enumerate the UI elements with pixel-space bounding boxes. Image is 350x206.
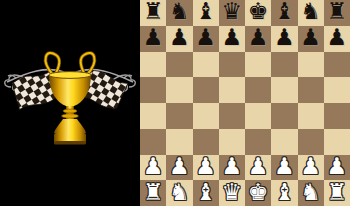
square-e1[interactable]: ♚ <box>245 180 271 206</box>
square-b5[interactable] <box>166 77 192 103</box>
black-king: ♚ <box>248 0 269 23</box>
square-d7[interactable]: ♟ <box>219 26 245 52</box>
left-panel <box>0 0 140 206</box>
square-e8[interactable]: ♚ <box>245 0 271 26</box>
square-g7[interactable]: ♟ <box>298 26 324 52</box>
square-f5[interactable] <box>271 77 297 103</box>
square-a3[interactable] <box>140 129 166 155</box>
square-h5[interactable] <box>324 77 350 103</box>
square-b7[interactable]: ♟ <box>166 26 192 52</box>
square-c3[interactable] <box>193 129 219 155</box>
square-g5[interactable] <box>298 77 324 103</box>
square-h6[interactable] <box>324 52 350 78</box>
white-pawn: ♟ <box>143 155 164 178</box>
square-g2[interactable]: ♟ <box>298 155 324 181</box>
square-a8[interactable]: ♜ <box>140 0 166 26</box>
square-d3[interactable] <box>219 129 245 155</box>
white-pawn: ♟ <box>327 155 348 178</box>
white-knight: ♞ <box>300 181 321 204</box>
square-f8[interactable]: ♝ <box>271 0 297 26</box>
white-bishop: ♝ <box>274 181 295 204</box>
square-c7[interactable]: ♟ <box>193 26 219 52</box>
square-a7[interactable]: ♟ <box>140 26 166 52</box>
square-f7[interactable]: ♟ <box>271 26 297 52</box>
square-g3[interactable] <box>298 129 324 155</box>
white-bishop: ♝ <box>195 181 216 204</box>
square-a6[interactable] <box>140 52 166 78</box>
black-pawn: ♟ <box>327 26 348 49</box>
square-f1[interactable]: ♝ <box>271 180 297 206</box>
square-e2[interactable]: ♟ <box>245 155 271 181</box>
trophy-graphic <box>0 0 140 206</box>
black-rook: ♜ <box>327 0 348 23</box>
square-b3[interactable] <box>166 129 192 155</box>
white-pawn: ♟ <box>300 155 321 178</box>
square-c8[interactable]: ♝ <box>193 0 219 26</box>
square-a2[interactable]: ♟ <box>140 155 166 181</box>
square-b4[interactable] <box>166 103 192 129</box>
square-g4[interactable] <box>298 103 324 129</box>
square-h2[interactable]: ♟ <box>324 155 350 181</box>
white-king: ♚ <box>248 181 269 204</box>
square-d4[interactable] <box>219 103 245 129</box>
square-e6[interactable] <box>245 52 271 78</box>
black-rook: ♜ <box>143 0 164 23</box>
square-g6[interactable] <box>298 52 324 78</box>
square-e5[interactable] <box>245 77 271 103</box>
white-pawn: ♟ <box>274 155 295 178</box>
square-e7[interactable]: ♟ <box>245 26 271 52</box>
square-d2[interactable]: ♟ <box>219 155 245 181</box>
black-pawn: ♟ <box>248 26 269 49</box>
square-b2[interactable]: ♟ <box>166 155 192 181</box>
square-f4[interactable] <box>271 103 297 129</box>
black-pawn: ♟ <box>169 26 190 49</box>
black-knight: ♞ <box>169 0 190 23</box>
white-knight: ♞ <box>169 181 190 204</box>
square-h1[interactable]: ♜ <box>324 180 350 206</box>
square-f6[interactable] <box>271 52 297 78</box>
white-pawn: ♟ <box>222 155 243 178</box>
square-b1[interactable]: ♞ <box>166 180 192 206</box>
square-f2[interactable]: ♟ <box>271 155 297 181</box>
square-b8[interactable]: ♞ <box>166 0 192 26</box>
square-a4[interactable] <box>140 103 166 129</box>
square-h7[interactable]: ♟ <box>324 26 350 52</box>
square-c1[interactable]: ♝ <box>193 180 219 206</box>
chess-board: ♜♞♝♛♚♝♞♜♟♟♟♟♟♟♟♟♟♟♟♟♟♟♟♟♜♞♝♛♚♝♞♜ <box>140 0 350 206</box>
app-window: ♜♞♝♛♚♝♞♜♟♟♟♟♟♟♟♟♟♟♟♟♟♟♟♟♜♞♝♛♚♝♞♜ <box>0 0 350 206</box>
square-d8[interactable]: ♛ <box>219 0 245 26</box>
square-f3[interactable] <box>271 129 297 155</box>
square-e3[interactable] <box>245 129 271 155</box>
square-a1[interactable]: ♜ <box>140 180 166 206</box>
square-b6[interactable] <box>166 52 192 78</box>
black-pawn: ♟ <box>222 26 243 49</box>
black-pawn: ♟ <box>195 26 216 49</box>
black-pawn: ♟ <box>143 26 164 49</box>
black-bishop: ♝ <box>195 0 216 23</box>
square-h4[interactable] <box>324 103 350 129</box>
white-pawn: ♟ <box>169 155 190 178</box>
white-queen: ♛ <box>222 181 243 204</box>
square-d1[interactable]: ♛ <box>219 180 245 206</box>
square-e4[interactable] <box>245 103 271 129</box>
white-pawn: ♟ <box>195 155 216 178</box>
square-h3[interactable] <box>324 129 350 155</box>
black-bishop: ♝ <box>274 0 295 23</box>
square-d5[interactable] <box>219 77 245 103</box>
black-pawn: ♟ <box>274 26 295 49</box>
square-c4[interactable] <box>193 103 219 129</box>
black-knight: ♞ <box>300 0 321 23</box>
white-rook: ♜ <box>143 181 164 204</box>
square-c6[interactable] <box>193 52 219 78</box>
square-c2[interactable]: ♟ <box>193 155 219 181</box>
square-g8[interactable]: ♞ <box>298 0 324 26</box>
square-d6[interactable] <box>219 52 245 78</box>
square-c5[interactable] <box>193 77 219 103</box>
square-g1[interactable]: ♞ <box>298 180 324 206</box>
square-h8[interactable]: ♜ <box>324 0 350 26</box>
black-pawn: ♟ <box>300 26 321 49</box>
black-queen: ♛ <box>222 0 243 23</box>
white-rook: ♜ <box>327 181 348 204</box>
square-a5[interactable] <box>140 77 166 103</box>
white-pawn: ♟ <box>248 155 269 178</box>
